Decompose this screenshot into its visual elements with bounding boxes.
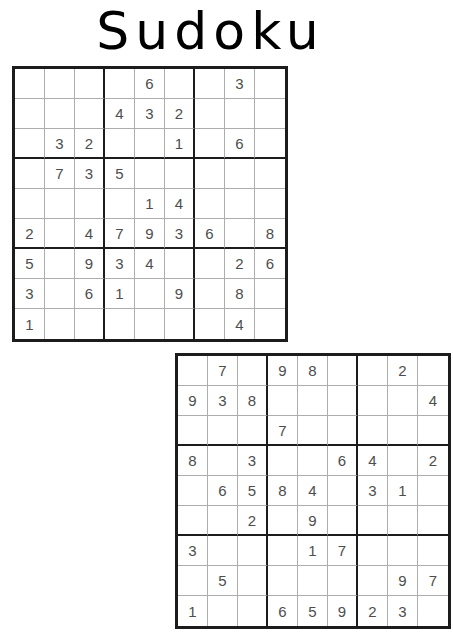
puzzle-2-cell-r2c8[interactable] bbox=[388, 386, 418, 416]
puzzle-2-cell-r8c7[interactable] bbox=[358, 566, 388, 596]
puzzle-2-cell-r1c8[interactable]: 2 bbox=[388, 356, 418, 386]
puzzle-2-cell-r3c1[interactable] bbox=[178, 416, 208, 446]
puzzle-1-cell-r7c2[interactable] bbox=[45, 249, 75, 279]
puzzle-2-cell-r9c3[interactable] bbox=[238, 596, 268, 626]
puzzle-2-cell-r5c6[interactable] bbox=[328, 476, 358, 506]
puzzle-2-cell-r3c2[interactable] bbox=[208, 416, 238, 446]
puzzle-2-cell-r3c3[interactable] bbox=[238, 416, 268, 446]
puzzle-1-cell-r5c5[interactable]: 1 bbox=[135, 189, 165, 219]
puzzle-1-cell-r8c5[interactable] bbox=[135, 279, 165, 309]
puzzle-1-cell-r5c7[interactable] bbox=[195, 189, 225, 219]
puzzle-1-cell-r6c4[interactable]: 7 bbox=[105, 219, 135, 249]
puzzle-1-cell-r9c6[interactable] bbox=[165, 309, 195, 339]
puzzle-1-cell-r4c8[interactable] bbox=[225, 159, 255, 189]
puzzle-2-cell-r8c3[interactable] bbox=[238, 566, 268, 596]
puzzle-2-cell-r6c2[interactable] bbox=[208, 506, 238, 536]
puzzle-1-cell-r1c3[interactable] bbox=[75, 69, 105, 99]
puzzle-1-cell-r3c1[interactable] bbox=[15, 129, 45, 159]
puzzle-2-cell-r2c1[interactable]: 9 bbox=[178, 386, 208, 416]
puzzle-1-cell-r3c3[interactable]: 2 bbox=[75, 129, 105, 159]
puzzle-2-cell-r9c8[interactable]: 3 bbox=[388, 596, 418, 626]
puzzle-2-cell-r8c6[interactable] bbox=[328, 566, 358, 596]
puzzle-2-cell-r5c7[interactable]: 3 bbox=[358, 476, 388, 506]
puzzle-1-cell-r6c2[interactable] bbox=[45, 219, 75, 249]
puzzle-1-cell-r4c4[interactable]: 5 bbox=[105, 159, 135, 189]
puzzle-2-cell-r6c6[interactable] bbox=[328, 506, 358, 536]
puzzle-1-cell-r6c7[interactable]: 6 bbox=[195, 219, 225, 249]
puzzle-1-cell-r4c9[interactable] bbox=[255, 159, 285, 189]
puzzle-1-cell-r7c9[interactable]: 6 bbox=[255, 249, 285, 279]
puzzle-2-cell-r4c2[interactable] bbox=[208, 446, 238, 476]
puzzle-1-cell-r3c4[interactable] bbox=[105, 129, 135, 159]
puzzle-1-cell-r7c4[interactable]: 3 bbox=[105, 249, 135, 279]
puzzle-2-cell-r7c8[interactable] bbox=[388, 536, 418, 566]
page-title-text: Sudoku bbox=[96, 1, 324, 61]
puzzle-1-cell-r3c8[interactable]: 6 bbox=[225, 129, 255, 159]
puzzle-2-cell-r2c5[interactable] bbox=[298, 386, 328, 416]
puzzle-1-cell-r4c1[interactable] bbox=[15, 159, 45, 189]
puzzle-1-cell-r7c8[interactable]: 2 bbox=[225, 249, 255, 279]
puzzle-1-cell-r8c2[interactable] bbox=[45, 279, 75, 309]
puzzle-2-cell-r5c1[interactable] bbox=[178, 476, 208, 506]
puzzle-1-cell-r9c8[interactable]: 4 bbox=[225, 309, 255, 339]
puzzle-1-cell-r6c6[interactable]: 3 bbox=[165, 219, 195, 249]
puzzle-1-cell-r8c4[interactable]: 1 bbox=[105, 279, 135, 309]
puzzle-1-cell-r4c6[interactable] bbox=[165, 159, 195, 189]
puzzle-2-cell-r8c8[interactable]: 9 bbox=[388, 566, 418, 596]
puzzle-2-cell-r6c1[interactable] bbox=[178, 506, 208, 536]
puzzle-1-cell-r6c3[interactable]: 4 bbox=[75, 219, 105, 249]
puzzle-2-cell-r6c3[interactable]: 2 bbox=[238, 506, 268, 536]
sudoku-board-2: 7982938478364265843129317597165923 bbox=[175, 353, 451, 629]
puzzle-1-cell-r8c1[interactable]: 3 bbox=[15, 279, 45, 309]
puzzle-1-cell-r8c8[interactable]: 8 bbox=[225, 279, 255, 309]
puzzle-2-cell-r9c9[interactable] bbox=[418, 596, 448, 626]
puzzle-1-cell-r5c6[interactable]: 4 bbox=[165, 189, 195, 219]
puzzle-2-cell-r5c2[interactable]: 6 bbox=[208, 476, 238, 506]
puzzle-1-cell-r5c9[interactable] bbox=[255, 189, 285, 219]
puzzle-1-cell-r5c2[interactable] bbox=[45, 189, 75, 219]
puzzle-2-cell-r4c4[interactable] bbox=[268, 446, 298, 476]
puzzle-1-cell-r1c6[interactable] bbox=[165, 69, 195, 99]
puzzle-2-cell-r2c3[interactable]: 8 bbox=[238, 386, 268, 416]
puzzle-2-cell-r7c6[interactable]: 7 bbox=[328, 536, 358, 566]
puzzle-2-cell-r2c2[interactable]: 3 bbox=[208, 386, 238, 416]
puzzle-1-cell-r5c1[interactable] bbox=[15, 189, 45, 219]
puzzle-1-cell-r4c3[interactable]: 3 bbox=[75, 159, 105, 189]
puzzle-1-cell-r2c8[interactable] bbox=[225, 99, 255, 129]
puzzle-1-cell-r9c7[interactable] bbox=[195, 309, 225, 339]
puzzle-1-cell-r1c4[interactable] bbox=[105, 69, 135, 99]
puzzle-1-cell-r9c1[interactable]: 1 bbox=[15, 309, 45, 339]
puzzle-2-cell-r1c1[interactable] bbox=[178, 356, 208, 386]
puzzle-2-cell-r4c3[interactable]: 3 bbox=[238, 446, 268, 476]
puzzle-2-cell-r7c3[interactable] bbox=[238, 536, 268, 566]
puzzle-1-cell-r9c9[interactable] bbox=[255, 309, 285, 339]
puzzle-1-cell-r2c2[interactable] bbox=[45, 99, 75, 129]
puzzle-2-cell-r9c5[interactable]: 5 bbox=[298, 596, 328, 626]
puzzle-1-cell-r1c8[interactable]: 3 bbox=[225, 69, 255, 99]
puzzle-1-cell-r7c1[interactable]: 5 bbox=[15, 249, 45, 279]
puzzle-2-cell-r8c4[interactable] bbox=[268, 566, 298, 596]
puzzle-2-cell-r1c7[interactable] bbox=[358, 356, 388, 386]
puzzle-1-cell-r3c5[interactable] bbox=[135, 129, 165, 159]
puzzle-1-cell-r3c2[interactable]: 3 bbox=[45, 129, 75, 159]
puzzle-2-cell-r5c9[interactable] bbox=[418, 476, 448, 506]
puzzle-2-cell-r7c7[interactable] bbox=[358, 536, 388, 566]
puzzle-2-cell-r4c9[interactable]: 2 bbox=[418, 446, 448, 476]
puzzle-2-cell-r7c5[interactable]: 1 bbox=[298, 536, 328, 566]
puzzle-2-cell-r5c5[interactable]: 4 bbox=[298, 476, 328, 506]
puzzle-2-cell-r6c7[interactable] bbox=[358, 506, 388, 536]
puzzle-2-cell-r2c6[interactable] bbox=[328, 386, 358, 416]
puzzle-2-cell-r3c9[interactable] bbox=[418, 416, 448, 446]
page-title: Sudoku bbox=[0, 4, 421, 59]
puzzle-2-cell-r3c7[interactable] bbox=[358, 416, 388, 446]
puzzle-2-cell-r5c4[interactable]: 8 bbox=[268, 476, 298, 506]
puzzle-1-cell-r2c9[interactable] bbox=[255, 99, 285, 129]
puzzle-2-cell-r8c9[interactable]: 7 bbox=[418, 566, 448, 596]
puzzle-1-cell-r1c9[interactable] bbox=[255, 69, 285, 99]
puzzle-2-cell-r2c7[interactable] bbox=[358, 386, 388, 416]
puzzle-2-cell-r6c8[interactable] bbox=[388, 506, 418, 536]
puzzle-1-cell-r7c5[interactable]: 4 bbox=[135, 249, 165, 279]
puzzle-2-cell-r6c5[interactable]: 9 bbox=[298, 506, 328, 536]
puzzle-2-cell-r6c4[interactable] bbox=[268, 506, 298, 536]
puzzle-1-cell-r9c2[interactable] bbox=[45, 309, 75, 339]
puzzle-2-cell-r9c2[interactable] bbox=[208, 596, 238, 626]
puzzle-2-cell-r9c4[interactable]: 6 bbox=[268, 596, 298, 626]
puzzle-1-cell-r9c5[interactable] bbox=[135, 309, 165, 339]
puzzle-2-cell-r1c2[interactable]: 7 bbox=[208, 356, 238, 386]
puzzle-1-cell-r1c5[interactable]: 6 bbox=[135, 69, 165, 99]
puzzle-2-cell-r9c6[interactable]: 9 bbox=[328, 596, 358, 626]
puzzle-1-cell-r2c4[interactable]: 4 bbox=[105, 99, 135, 129]
puzzle-1-cell-r7c6[interactable] bbox=[165, 249, 195, 279]
puzzle-2-cell-r1c3[interactable] bbox=[238, 356, 268, 386]
puzzle-2-cell-r1c4[interactable]: 9 bbox=[268, 356, 298, 386]
puzzle-2-cell-r8c1[interactable] bbox=[178, 566, 208, 596]
puzzle-2-cell-r3c5[interactable] bbox=[298, 416, 328, 446]
puzzle-2-cell-r8c5[interactable] bbox=[298, 566, 328, 596]
puzzle-1-cell-r2c5[interactable]: 3 bbox=[135, 99, 165, 129]
puzzle-2-cell-r1c9[interactable] bbox=[418, 356, 448, 386]
puzzle-1-cell-r2c6[interactable]: 2 bbox=[165, 99, 195, 129]
puzzle-1-cell-r3c7[interactable] bbox=[195, 129, 225, 159]
puzzle-1-cell-r5c8[interactable] bbox=[225, 189, 255, 219]
puzzle-2-cell-r4c5[interactable] bbox=[298, 446, 328, 476]
puzzle-1-cell-r7c7[interactable] bbox=[195, 249, 225, 279]
puzzle-2-cell-r3c4[interactable]: 7 bbox=[268, 416, 298, 446]
puzzle-1-cell-r2c1[interactable] bbox=[15, 99, 45, 129]
puzzle-2-cell-r4c1[interactable]: 8 bbox=[178, 446, 208, 476]
puzzle-1-cell-r1c1[interactable] bbox=[15, 69, 45, 99]
puzzle-1-cell-r8c6[interactable]: 9 bbox=[165, 279, 195, 309]
puzzle-1-cell-r2c3[interactable] bbox=[75, 99, 105, 129]
puzzle-1-cell-r4c5[interactable] bbox=[135, 159, 165, 189]
puzzle-1-cell-r4c7[interactable] bbox=[195, 159, 225, 189]
puzzle-2-cell-r9c1[interactable]: 1 bbox=[178, 596, 208, 626]
puzzle-1-cell-r3c6[interactable]: 1 bbox=[165, 129, 195, 159]
puzzle-1-cell-r8c9[interactable] bbox=[255, 279, 285, 309]
puzzle-1-cell-r6c1[interactable]: 2 bbox=[15, 219, 45, 249]
puzzle-2-cell-r5c3[interactable]: 5 bbox=[238, 476, 268, 506]
puzzle-2-cell-r2c4[interactable] bbox=[268, 386, 298, 416]
puzzle-1-cell-r6c5[interactable]: 9 bbox=[135, 219, 165, 249]
puzzle-2-cell-r9c7[interactable]: 2 bbox=[358, 596, 388, 626]
puzzle-1-cell-r7c3[interactable]: 9 bbox=[75, 249, 105, 279]
puzzle-1-cell-r9c4[interactable] bbox=[105, 309, 135, 339]
puzzle-1-cell-r6c8[interactable] bbox=[225, 219, 255, 249]
puzzle-2-cell-r7c2[interactable] bbox=[208, 536, 238, 566]
puzzle-2-cell-r4c7[interactable]: 4 bbox=[358, 446, 388, 476]
puzzle-2-cell-r6c9[interactable] bbox=[418, 506, 448, 536]
puzzle-1-cell-r1c2[interactable] bbox=[45, 69, 75, 99]
puzzle-2-cell-r1c5[interactable]: 8 bbox=[298, 356, 328, 386]
puzzle-2-cell-r4c6[interactable]: 6 bbox=[328, 446, 358, 476]
puzzle-1-cell-r8c3[interactable]: 6 bbox=[75, 279, 105, 309]
puzzle-1-cell-r1c7[interactable] bbox=[195, 69, 225, 99]
puzzle-1-cell-r5c4[interactable] bbox=[105, 189, 135, 219]
puzzle-2-cell-r7c4[interactable] bbox=[268, 536, 298, 566]
puzzle-2-cell-r1c6[interactable] bbox=[328, 356, 358, 386]
puzzle-1-cell-r3c9[interactable] bbox=[255, 129, 285, 159]
puzzle-2-cell-r7c9[interactable] bbox=[418, 536, 448, 566]
puzzle-1-cell-r5c3[interactable] bbox=[75, 189, 105, 219]
puzzle-2-cell-r3c8[interactable] bbox=[388, 416, 418, 446]
puzzle-2-cell-r8c2[interactable]: 5 bbox=[208, 566, 238, 596]
puzzle-1-cell-r8c7[interactable] bbox=[195, 279, 225, 309]
puzzle-2-cell-r4c8[interactable] bbox=[388, 446, 418, 476]
puzzle-1-cell-r2c7[interactable] bbox=[195, 99, 225, 129]
puzzle-2-cell-r5c8[interactable]: 1 bbox=[388, 476, 418, 506]
puzzle-1-cell-r4c2[interactable]: 7 bbox=[45, 159, 75, 189]
puzzle-2-cell-r3c6[interactable] bbox=[328, 416, 358, 446]
puzzle-1-cell-r6c9[interactable]: 8 bbox=[255, 219, 285, 249]
sudoku-board-1: 6343232167351424793685934263619814 bbox=[12, 66, 288, 342]
puzzle-2-cell-r2c9[interactable]: 4 bbox=[418, 386, 448, 416]
puzzle-2-cell-r7c1[interactable]: 3 bbox=[178, 536, 208, 566]
puzzle-1-cell-r9c3[interactable] bbox=[75, 309, 105, 339]
